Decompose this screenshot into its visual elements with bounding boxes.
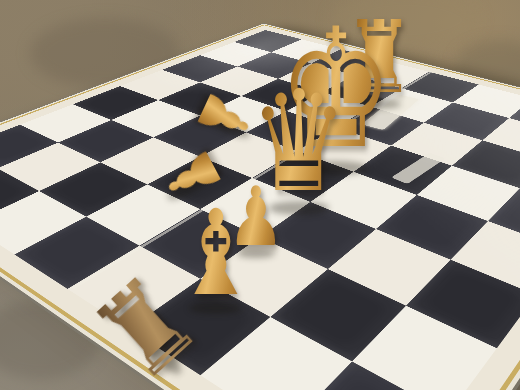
photo-scene: ♜ ♟ ♚ ♟ ♛ ♟ ♝ ♜	[0, 0, 520, 390]
